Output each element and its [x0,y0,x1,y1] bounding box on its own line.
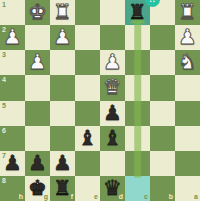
square-a4[interactable] [175,75,200,100]
file-label-h: h [19,193,23,200]
square-d8[interactable]: d♛ [100,176,125,201]
rank-label-4: 4 [2,76,6,83]
square-h7[interactable]: 7♟ [0,151,25,176]
square-f7[interactable]: ♟ [50,151,75,176]
piece-black-queen[interactable]: ♛ [100,176,125,201]
square-h8[interactable]: 8h [0,176,25,201]
square-b8[interactable]: b [150,176,175,201]
square-b2[interactable] [150,25,175,50]
square-b3[interactable] [150,50,175,75]
rank-label-5: 5 [2,102,6,109]
square-a7[interactable] [175,151,200,176]
square-e5[interactable] [75,101,100,126]
file-label-a: a [194,193,198,200]
piece-white-pawn[interactable]: ♟ [0,25,25,50]
square-d1[interactable] [100,0,125,25]
square-h5[interactable]: 5 [0,101,25,126]
square-f6[interactable] [50,126,75,151]
rank-label-8: 8 [2,177,6,184]
square-d2[interactable] [100,25,125,50]
piece-black-pawn[interactable]: ♟ [100,101,125,126]
piece-black-pawn[interactable]: ♟ [25,151,50,176]
square-a1[interactable]: ♜ [175,0,200,25]
square-h1[interactable]: 1 [0,0,25,25]
square-d3[interactable]: ♟ [100,50,125,75]
square-d6[interactable]: ♝ [100,126,125,151]
chess-board-screenshot: 1♚♜♜♜2♟♟♟3♟♟♞4♛5♟6♝♝7♟♟♟8hg♚f♜ed♛cba !! [0,0,200,201]
square-c6[interactable] [125,126,150,151]
square-h3[interactable]: 3 [0,50,25,75]
square-g7[interactable]: ♟ [25,151,50,176]
piece-white-pawn[interactable]: ♟ [50,25,75,50]
square-c3[interactable] [125,50,150,75]
square-b4[interactable] [150,75,175,100]
piece-white-knight[interactable]: ♞ [175,50,200,75]
square-b5[interactable] [150,101,175,126]
square-g5[interactable] [25,101,50,126]
square-g1[interactable]: ♚ [25,0,50,25]
square-g4[interactable] [25,75,50,100]
file-label-c: c [144,193,148,200]
square-e6[interactable]: ♝ [75,126,100,151]
square-c5[interactable] [125,101,150,126]
piece-white-pawn[interactable]: ♟ [100,50,125,75]
square-a5[interactable] [175,101,200,126]
piece-white-pawn[interactable]: ♟ [25,50,50,75]
piece-white-pawn[interactable]: ♟ [175,25,200,50]
square-c4[interactable] [125,75,150,100]
square-c7[interactable] [125,151,150,176]
rank-label-3: 3 [2,51,6,58]
square-e2[interactable] [75,25,100,50]
square-e4[interactable] [75,75,100,100]
piece-white-rook[interactable]: ♜ [50,0,75,25]
square-a8[interactable]: a [175,176,200,201]
piece-black-rook[interactable]: ♜ [50,176,75,201]
rank-label-6: 6 [2,127,6,134]
square-g2[interactable] [25,25,50,50]
square-c2[interactable] [125,25,150,50]
piece-black-pawn[interactable]: ♟ [0,151,25,176]
square-e1[interactable] [75,0,100,25]
chess-board: 1♚♜♜♜2♟♟♟3♟♟♞4♛5♟6♝♝7♟♟♟8hg♚f♜ed♛cba [0,0,200,201]
square-h4[interactable]: 4 [0,75,25,100]
square-f3[interactable] [50,50,75,75]
square-h2[interactable]: 2♟ [0,25,25,50]
square-f1[interactable]: ♜ [50,0,75,25]
piece-black-pawn[interactable]: ♟ [50,151,75,176]
square-f5[interactable] [50,101,75,126]
piece-black-bishop[interactable]: ♝ [75,126,100,151]
square-a3[interactable]: ♞ [175,50,200,75]
square-f2[interactable]: ♟ [50,25,75,50]
file-label-b: b [169,193,173,200]
square-e8[interactable]: e [75,176,100,201]
file-label-e: e [94,193,98,200]
square-d4[interactable]: ♛ [100,75,125,100]
square-d5[interactable]: ♟ [100,101,125,126]
square-f4[interactable] [50,75,75,100]
square-b7[interactable] [150,151,175,176]
square-h6[interactable]: 6 [0,126,25,151]
piece-black-bishop[interactable]: ♝ [100,126,125,151]
piece-black-king[interactable]: ♚ [25,176,50,201]
square-g3[interactable]: ♟ [25,50,50,75]
square-b6[interactable] [150,126,175,151]
square-a2[interactable]: ♟ [175,25,200,50]
piece-white-rook[interactable]: ♜ [175,0,200,25]
square-e7[interactable] [75,151,100,176]
square-c8[interactable]: c [125,176,150,201]
square-g6[interactable] [25,126,50,151]
square-f8[interactable]: f♜ [50,176,75,201]
square-a6[interactable] [175,126,200,151]
rank-label-1: 1 [2,1,6,8]
square-e3[interactable] [75,50,100,75]
square-g8[interactable]: g♚ [25,176,50,201]
piece-white-king[interactable]: ♚ [25,0,50,25]
square-d7[interactable] [100,151,125,176]
piece-white-queen[interactable]: ♛ [100,75,125,100]
